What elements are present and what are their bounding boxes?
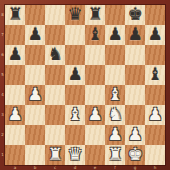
piece-white-queen-d1[interactable]: ♛ bbox=[67, 144, 82, 164]
square-a1[interactable] bbox=[5, 145, 25, 165]
square-f3[interactable]: ♞ bbox=[105, 105, 125, 125]
square-a8[interactable]: ♜ bbox=[5, 5, 25, 25]
square-c7[interactable] bbox=[45, 25, 65, 45]
piece-black-rook-e8[interactable]: ♜ bbox=[87, 4, 102, 24]
file-label-f: f bbox=[105, 165, 125, 170]
rank-label-7: 7 bbox=[0, 25, 5, 45]
square-e3[interactable]: ♟ bbox=[85, 105, 105, 125]
piece-white-pawn-h3[interactable]: ♟ bbox=[147, 104, 162, 124]
rank-label-2: 2 bbox=[0, 125, 5, 145]
piece-white-pawn-a3[interactable]: ♟ bbox=[7, 104, 22, 124]
square-d8[interactable]: ♛ bbox=[65, 5, 85, 25]
square-d2[interactable] bbox=[65, 125, 85, 145]
square-c1[interactable]: ♜ bbox=[45, 145, 65, 165]
square-b1[interactable] bbox=[25, 145, 45, 165]
square-g7[interactable]: ♟ bbox=[125, 25, 145, 45]
piece-white-bishop-f4[interactable]: ♝ bbox=[107, 84, 122, 104]
square-h5[interactable]: ♝ bbox=[145, 65, 165, 85]
square-g1[interactable]: ♚ bbox=[125, 145, 145, 165]
square-f7[interactable]: ♟ bbox=[105, 25, 125, 45]
piece-white-rook-c1[interactable]: ♜ bbox=[47, 144, 62, 164]
piece-black-pawn-a6[interactable]: ♟ bbox=[7, 44, 22, 64]
rank-label-1: 1 bbox=[0, 145, 5, 165]
chess-board: ♜♛♜♚♟♝♟♟♟♟♞♟♝♟♝♟♝♟♞♟♟♟♜♛♜♚ bbox=[5, 5, 165, 165]
piece-white-pawn-f2[interactable]: ♟ bbox=[107, 124, 122, 144]
square-a4[interactable] bbox=[5, 85, 25, 105]
piece-white-rook-f1[interactable]: ♜ bbox=[107, 144, 122, 164]
piece-white-bishop-d3[interactable]: ♝ bbox=[67, 104, 82, 124]
square-e2[interactable] bbox=[85, 125, 105, 145]
square-d7[interactable] bbox=[65, 25, 85, 45]
square-c5[interactable] bbox=[45, 65, 65, 85]
file-labels: abcdefgh bbox=[5, 165, 165, 170]
square-g3[interactable] bbox=[125, 105, 145, 125]
square-d6[interactable] bbox=[65, 45, 85, 65]
square-f1[interactable]: ♜ bbox=[105, 145, 125, 165]
piece-black-pawn-b7[interactable]: ♟ bbox=[27, 24, 42, 44]
square-h1[interactable] bbox=[145, 145, 165, 165]
square-d3[interactable]: ♝ bbox=[65, 105, 85, 125]
file-label-c: c bbox=[45, 165, 65, 170]
square-g6[interactable] bbox=[125, 45, 145, 65]
square-e5[interactable] bbox=[85, 65, 105, 85]
piece-black-knight-c6[interactable]: ♞ bbox=[47, 44, 62, 64]
square-h4[interactable] bbox=[145, 85, 165, 105]
square-g4[interactable] bbox=[125, 85, 145, 105]
square-f4[interactable]: ♝ bbox=[105, 85, 125, 105]
piece-white-knight-f3[interactable]: ♞ bbox=[107, 104, 122, 124]
square-g8[interactable]: ♚ bbox=[125, 5, 145, 25]
rank-label-3: 3 bbox=[0, 105, 5, 125]
file-label-h: h bbox=[145, 165, 165, 170]
square-c4[interactable] bbox=[45, 85, 65, 105]
piece-black-queen-d8[interactable]: ♛ bbox=[67, 4, 82, 24]
square-h6[interactable] bbox=[145, 45, 165, 65]
square-f8[interactable] bbox=[105, 5, 125, 25]
square-b6[interactable] bbox=[25, 45, 45, 65]
square-c6[interactable]: ♞ bbox=[45, 45, 65, 65]
piece-black-bishop-e7[interactable]: ♝ bbox=[87, 24, 102, 44]
file-label-b: b bbox=[25, 165, 45, 170]
file-label-g: g bbox=[125, 165, 145, 170]
piece-black-pawn-f7[interactable]: ♟ bbox=[107, 24, 122, 44]
piece-black-pawn-h7[interactable]: ♟ bbox=[147, 24, 162, 44]
file-label-a: a bbox=[5, 165, 25, 170]
piece-white-pawn-b4[interactable]: ♟ bbox=[27, 84, 42, 104]
square-e4[interactable] bbox=[85, 85, 105, 105]
square-a7[interactable] bbox=[5, 25, 25, 45]
square-c3[interactable] bbox=[45, 105, 65, 125]
piece-black-king-g8[interactable]: ♚ bbox=[127, 4, 142, 24]
file-label-d: d bbox=[65, 165, 85, 170]
file-label-e: e bbox=[85, 165, 105, 170]
piece-white-king-g1[interactable]: ♚ bbox=[127, 144, 142, 164]
square-h3[interactable]: ♟ bbox=[145, 105, 165, 125]
rank-label-4: 4 bbox=[0, 85, 5, 105]
square-a6[interactable]: ♟ bbox=[5, 45, 25, 65]
square-b7[interactable]: ♟ bbox=[25, 25, 45, 45]
square-d5[interactable]: ♟ bbox=[65, 65, 85, 85]
square-b3[interactable] bbox=[25, 105, 45, 125]
rank-label-6: 6 bbox=[0, 45, 5, 65]
square-a3[interactable]: ♟ bbox=[5, 105, 25, 125]
square-b5[interactable] bbox=[25, 65, 45, 85]
square-g2[interactable]: ♟ bbox=[125, 125, 145, 145]
piece-black-pawn-d5[interactable]: ♟ bbox=[67, 64, 82, 84]
square-e6[interactable] bbox=[85, 45, 105, 65]
square-e7[interactable]: ♝ bbox=[85, 25, 105, 45]
piece-black-bishop-h5[interactable]: ♝ bbox=[147, 64, 162, 84]
square-a2[interactable] bbox=[5, 125, 25, 145]
piece-black-pawn-g7[interactable]: ♟ bbox=[127, 24, 142, 44]
square-h2[interactable] bbox=[145, 125, 165, 145]
rank-labels: 87654321 bbox=[0, 5, 5, 165]
rank-label-5: 5 bbox=[0, 65, 5, 85]
square-c8[interactable] bbox=[45, 5, 65, 25]
square-h7[interactable]: ♟ bbox=[145, 25, 165, 45]
square-f6[interactable] bbox=[105, 45, 125, 65]
square-d1[interactable]: ♛ bbox=[65, 145, 85, 165]
piece-white-pawn-e3[interactable]: ♟ bbox=[87, 104, 102, 124]
square-e1[interactable] bbox=[85, 145, 105, 165]
square-b4[interactable]: ♟ bbox=[25, 85, 45, 105]
square-g5[interactable] bbox=[125, 65, 145, 85]
square-d4[interactable] bbox=[65, 85, 85, 105]
square-c2[interactable] bbox=[45, 125, 65, 145]
rank-label-8: 8 bbox=[0, 5, 5, 25]
square-f5[interactable] bbox=[105, 65, 125, 85]
square-f2[interactable]: ♟ bbox=[105, 125, 125, 145]
square-h8[interactable] bbox=[145, 5, 165, 25]
square-a5[interactable] bbox=[5, 65, 25, 85]
square-b8[interactable] bbox=[25, 5, 45, 25]
piece-white-pawn-g2[interactable]: ♟ bbox=[127, 124, 142, 144]
square-b2[interactable] bbox=[25, 125, 45, 145]
square-e8[interactable]: ♜ bbox=[85, 5, 105, 25]
piece-black-rook-a8[interactable]: ♜ bbox=[7, 4, 22, 24]
